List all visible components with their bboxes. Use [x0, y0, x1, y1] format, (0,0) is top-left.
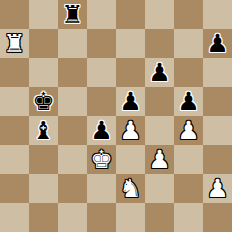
- square-a8[interactable]: [0, 0, 29, 29]
- square-b4[interactable]: ♝: [29, 116, 58, 145]
- square-a1[interactable]: [0, 203, 29, 232]
- square-f7[interactable]: [145, 29, 174, 58]
- piece-black-pawn[interactable]: ♟: [206, 29, 228, 58]
- square-f1[interactable]: [145, 203, 174, 232]
- square-b5[interactable]: ♚: [29, 87, 58, 116]
- square-b2[interactable]: [29, 174, 58, 203]
- piece-white-pawn[interactable]: ♟: [148, 145, 170, 174]
- piece-black-pawn[interactable]: ♟: [148, 58, 170, 87]
- square-f2[interactable]: [145, 174, 174, 203]
- square-c4[interactable]: [58, 116, 87, 145]
- square-d6[interactable]: [87, 58, 116, 87]
- square-d7[interactable]: [87, 29, 116, 58]
- square-g8[interactable]: [174, 0, 203, 29]
- piece-white-rook[interactable]: ♜: [3, 29, 25, 58]
- square-b8[interactable]: [29, 0, 58, 29]
- square-h8[interactable]: [203, 0, 232, 29]
- piece-black-rook[interactable]: ♜: [61, 0, 83, 29]
- square-h4[interactable]: [203, 116, 232, 145]
- square-h3[interactable]: [203, 145, 232, 174]
- piece-white-pawn[interactable]: ♟: [206, 174, 228, 203]
- square-d8[interactable]: [87, 0, 116, 29]
- piece-white-king[interactable]: ♚: [90, 145, 112, 174]
- square-a3[interactable]: [0, 145, 29, 174]
- square-f8[interactable]: [145, 0, 174, 29]
- piece-black-pawn[interactable]: ♟: [177, 87, 199, 116]
- square-a7[interactable]: ♜: [0, 29, 29, 58]
- square-g5[interactable]: ♟: [174, 87, 203, 116]
- square-d4[interactable]: ♟: [87, 116, 116, 145]
- square-b7[interactable]: [29, 29, 58, 58]
- square-b6[interactable]: [29, 58, 58, 87]
- piece-black-pawn[interactable]: ♟: [119, 87, 141, 116]
- square-a2[interactable]: [0, 174, 29, 203]
- square-h2[interactable]: ♟: [203, 174, 232, 203]
- square-c3[interactable]: [58, 145, 87, 174]
- square-c6[interactable]: [58, 58, 87, 87]
- square-d2[interactable]: [87, 174, 116, 203]
- square-c7[interactable]: [58, 29, 87, 58]
- square-c8[interactable]: ♜: [58, 0, 87, 29]
- chess-board: ♜♜♟♟♚♟♟♝♟♟♟♚♟♞♟: [0, 0, 232, 232]
- square-e2[interactable]: ♞: [116, 174, 145, 203]
- piece-black-pawn[interactable]: ♟: [90, 116, 112, 145]
- piece-white-pawn[interactable]: ♟: [119, 116, 141, 145]
- square-g1[interactable]: [174, 203, 203, 232]
- square-a6[interactable]: [0, 58, 29, 87]
- square-c1[interactable]: [58, 203, 87, 232]
- piece-black-bishop[interactable]: ♝: [32, 116, 54, 145]
- square-e4[interactable]: ♟: [116, 116, 145, 145]
- piece-white-knight[interactable]: ♞: [119, 174, 141, 203]
- square-h5[interactable]: [203, 87, 232, 116]
- square-d1[interactable]: [87, 203, 116, 232]
- square-f5[interactable]: [145, 87, 174, 116]
- square-d5[interactable]: [87, 87, 116, 116]
- square-e5[interactable]: ♟: [116, 87, 145, 116]
- square-e1[interactable]: [116, 203, 145, 232]
- square-g2[interactable]: [174, 174, 203, 203]
- square-h7[interactable]: ♟: [203, 29, 232, 58]
- square-b3[interactable]: [29, 145, 58, 174]
- square-e8[interactable]: [116, 0, 145, 29]
- square-h6[interactable]: [203, 58, 232, 87]
- square-f6[interactable]: ♟: [145, 58, 174, 87]
- square-e6[interactable]: [116, 58, 145, 87]
- square-e3[interactable]: [116, 145, 145, 174]
- piece-black-king[interactable]: ♚: [32, 87, 54, 116]
- square-h1[interactable]: [203, 203, 232, 232]
- square-d3[interactable]: ♚: [87, 145, 116, 174]
- square-g7[interactable]: [174, 29, 203, 58]
- square-c5[interactable]: [58, 87, 87, 116]
- square-a5[interactable]: [0, 87, 29, 116]
- piece-white-pawn[interactable]: ♟: [177, 116, 199, 145]
- square-g4[interactable]: ♟: [174, 116, 203, 145]
- square-g6[interactable]: [174, 58, 203, 87]
- square-c2[interactable]: [58, 174, 87, 203]
- square-b1[interactable]: [29, 203, 58, 232]
- square-g3[interactable]: [174, 145, 203, 174]
- square-a4[interactable]: [0, 116, 29, 145]
- square-f4[interactable]: [145, 116, 174, 145]
- square-e7[interactable]: [116, 29, 145, 58]
- square-f3[interactable]: ♟: [145, 145, 174, 174]
